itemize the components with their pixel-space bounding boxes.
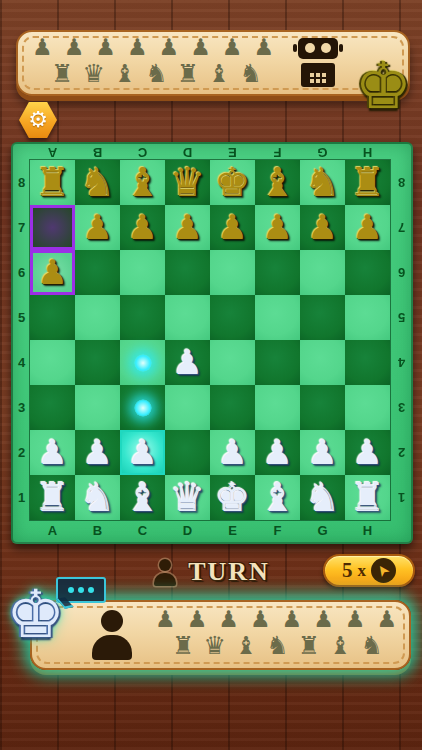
board-grid: ♜♞♝♛♚♝♞♜♟♟♟♟♟♟♟♟♟♟♟♟♟♟♟♟♜♞♝♛♚♝♞♜ xyxy=(30,160,390,520)
square-f5[interactable] xyxy=(255,295,300,340)
square-f7[interactable]: ♟ xyxy=(255,205,300,250)
rank-label-2: 2 xyxy=(393,430,410,475)
gold-rook-h8[interactable]: ♜ xyxy=(345,160,390,205)
white-pawn-f2[interactable]: ♟ xyxy=(255,430,300,475)
piece-silhouette-pawn: ♟ xyxy=(376,608,397,631)
gold-pawn-e7[interactable]: ♟ xyxy=(210,205,255,250)
square-f6[interactable] xyxy=(255,250,300,295)
square-c1[interactable]: ♝ xyxy=(120,475,165,520)
white-rook-a1[interactable]: ♜ xyxy=(30,475,75,520)
piece-silhouette-pawn: ♟ xyxy=(64,36,85,59)
piece-silhouette-queen: ♛ xyxy=(82,61,104,86)
file-label-D: D xyxy=(165,523,210,539)
file-label-E: E xyxy=(210,144,255,160)
square-d7[interactable]: ♟ xyxy=(165,205,210,250)
square-h2[interactable]: ♟ xyxy=(345,430,390,475)
square-d2[interactable] xyxy=(165,430,210,475)
piece-silhouette-pawn: ♟ xyxy=(313,608,334,631)
square-b1[interactable]: ♞ xyxy=(75,475,120,520)
gear-icon: ⚙ xyxy=(28,109,48,131)
rank-label-5: 5 xyxy=(393,295,410,340)
file-label-B: B xyxy=(75,144,120,160)
rank-label-7: 7 xyxy=(13,205,30,250)
file-label-A: A xyxy=(30,144,75,160)
white-rook-h1[interactable]: ♜ xyxy=(345,475,390,520)
piece-silhouette-knight: ♞ xyxy=(240,61,262,86)
square-g8[interactable]: ♞ xyxy=(300,160,345,205)
turn-label: TURN xyxy=(188,557,270,587)
square-g1[interactable]: ♞ xyxy=(300,475,345,520)
player-pawn-silhouettes: ♟♟♟♟♟♟♟♟ xyxy=(155,608,397,631)
gold-pawn-f7[interactable]: ♟ xyxy=(255,205,300,250)
opponent-piece-silhouettes: ♜♛♝♞♜♝♞ xyxy=(51,61,262,86)
square-c4[interactable] xyxy=(120,340,165,385)
white-pawn-h2[interactable]: ♟ xyxy=(345,430,390,475)
square-g5[interactable] xyxy=(300,295,345,340)
rank-label-7: 7 xyxy=(393,205,410,250)
gold-bishop-f8[interactable]: ♝ xyxy=(255,160,300,205)
undo-arrow-icon: ➤ xyxy=(371,558,396,583)
file-label-C: C xyxy=(120,523,165,539)
white-queen-d1[interactable]: ♛ xyxy=(165,475,210,520)
square-d3[interactable] xyxy=(165,385,210,430)
rank-label-3: 3 xyxy=(393,385,410,430)
piece-silhouette-knight: ♞ xyxy=(361,633,383,658)
gold-pawn-c7[interactable]: ♟ xyxy=(120,205,165,250)
white-bishop-f1[interactable]: ♝ xyxy=(255,475,300,520)
white-pawn-d4[interactable]: ♟ xyxy=(165,340,210,385)
gold-bishop-c8[interactable]: ♝ xyxy=(120,160,165,205)
gold-king-figure: ♚ xyxy=(355,54,412,118)
square-b2[interactable]: ♟ xyxy=(75,430,120,475)
square-c2[interactable]: ♟ xyxy=(120,430,165,475)
white-pawn-a2[interactable]: ♟ xyxy=(30,430,75,475)
white-pawn-e2[interactable]: ♟ xyxy=(210,430,255,475)
piece-silhouette-bishop: ♝ xyxy=(208,61,230,86)
chess-app-screen: ♟♟♟♟♟♟♟♟ ♜♛♝♞♜♝♞ ♚ ⚙ ♜♞♝♛♚♝♞♜♟♟♟♟♟♟♟♟♟♟♟… xyxy=(0,0,422,750)
square-c5[interactable] xyxy=(120,295,165,340)
piece-silhouette-pawn: ♟ xyxy=(253,36,274,59)
square-d8[interactable]: ♛ xyxy=(165,160,210,205)
gold-pawn-d7[interactable]: ♟ xyxy=(165,205,210,250)
square-a3[interactable] xyxy=(30,385,75,430)
file-label-H: H xyxy=(345,523,390,539)
rank-label-6: 6 xyxy=(13,250,30,295)
square-d4[interactable]: ♟ xyxy=(165,340,210,385)
square-a2[interactable]: ♟ xyxy=(30,430,75,475)
square-e8[interactable]: ♚ xyxy=(210,160,255,205)
piece-silhouette-bishop: ♝ xyxy=(235,633,257,658)
piece-silhouette-rook: ♜ xyxy=(172,633,194,658)
chat-bubble-icon[interactable] xyxy=(56,577,106,603)
rank-label-5: 5 xyxy=(13,295,30,340)
square-h1[interactable]: ♜ xyxy=(345,475,390,520)
gold-pawn-g7[interactable]: ♟ xyxy=(300,205,345,250)
piece-silhouette-pawn: ♟ xyxy=(222,36,243,59)
square-h3[interactable] xyxy=(345,385,390,430)
square-f3[interactable] xyxy=(255,385,300,430)
rank-label-2: 2 xyxy=(13,430,30,475)
square-e1[interactable]: ♚ xyxy=(210,475,255,520)
rank-label-6: 6 xyxy=(393,250,410,295)
gold-knight-g8[interactable]: ♞ xyxy=(300,160,345,205)
square-f2[interactable]: ♟ xyxy=(255,430,300,475)
square-g3[interactable] xyxy=(300,385,345,430)
white-pawn-g2[interactable]: ♟ xyxy=(300,430,345,475)
piece-silhouette-pawn: ♟ xyxy=(345,608,366,631)
square-d6[interactable] xyxy=(165,250,210,295)
file-label-G: G xyxy=(300,144,345,160)
player-piece-silhouettes: ♜♛♝♞♜♝♞ xyxy=(172,633,383,658)
file-label-H: H xyxy=(345,144,390,160)
rank-label-4: 4 xyxy=(13,340,30,385)
player-icon xyxy=(152,558,178,586)
gold-pawn-a6[interactable]: ♟ xyxy=(30,250,75,295)
rank-label-8: 8 xyxy=(393,160,410,205)
piece-silhouette-pawn: ♟ xyxy=(187,608,208,631)
gold-knight-b8[interactable]: ♞ xyxy=(75,160,120,205)
file-label-A: A xyxy=(30,523,75,539)
square-g6[interactable] xyxy=(300,250,345,295)
file-label-E: E xyxy=(210,523,255,539)
piece-silhouette-knight: ♞ xyxy=(145,61,167,86)
gold-rook-a8[interactable]: ♜ xyxy=(30,160,75,205)
piece-silhouette-pawn: ♟ xyxy=(218,608,239,631)
piece-silhouette-pawn: ♟ xyxy=(159,36,180,59)
opponent-pawn-silhouettes: ♟♟♟♟♟♟♟♟ xyxy=(32,36,274,59)
square-b8[interactable]: ♞ xyxy=(75,160,120,205)
square-e3[interactable] xyxy=(210,385,255,430)
rank-label-4: 4 xyxy=(393,340,410,385)
square-f1[interactable]: ♝ xyxy=(255,475,300,520)
chess-board: ♜♞♝♛♚♝♞♜♟♟♟♟♟♟♟♟♟♟♟♟♟♟♟♟♜♞♝♛♚♝♞♜ ABCDEFG… xyxy=(11,142,413,544)
square-c7[interactable]: ♟ xyxy=(120,205,165,250)
white-bishop-c1[interactable]: ♝ xyxy=(120,475,165,520)
square-b4[interactable] xyxy=(75,340,120,385)
white-knight-g1[interactable]: ♞ xyxy=(300,475,345,520)
rank-label-3: 3 xyxy=(13,385,30,430)
square-a1[interactable]: ♜ xyxy=(30,475,75,520)
file-label-F: F xyxy=(255,144,300,160)
square-d1[interactable]: ♛ xyxy=(165,475,210,520)
square-b3[interactable] xyxy=(75,385,120,430)
piece-silhouette-queen: ♛ xyxy=(203,633,225,658)
square-h6[interactable] xyxy=(345,250,390,295)
gold-king-e8[interactable]: ♚ xyxy=(210,160,255,205)
square-c8[interactable]: ♝ xyxy=(120,160,165,205)
square-c6[interactable] xyxy=(120,250,165,295)
opponent-piece-tray: ♟♟♟♟♟♟♟♟ ♜♛♝♞♜♝♞ ♚ xyxy=(16,30,410,96)
gold-queen-d8[interactable]: ♛ xyxy=(165,160,210,205)
rank-label-1: 1 xyxy=(13,475,30,520)
file-label-B: B xyxy=(75,523,120,539)
square-e7[interactable]: ♟ xyxy=(210,205,255,250)
gold-pawn-h7[interactable]: ♟ xyxy=(345,205,390,250)
white-pawn-b2[interactable]: ♟ xyxy=(75,430,120,475)
piece-silhouette-knight: ♞ xyxy=(266,633,288,658)
square-h5[interactable] xyxy=(345,295,390,340)
piece-silhouette-pawn: ♟ xyxy=(250,608,271,631)
square-f8[interactable]: ♝ xyxy=(255,160,300,205)
piece-silhouette-bishop: ♝ xyxy=(114,61,136,86)
square-a5[interactable] xyxy=(30,295,75,340)
piece-silhouette-pawn: ♟ xyxy=(95,36,116,59)
rank-label-8: 8 xyxy=(13,160,30,205)
piece-silhouette-pawn: ♟ xyxy=(127,36,148,59)
piece-silhouette-bishop: ♝ xyxy=(329,633,351,658)
piece-silhouette-rook: ♜ xyxy=(51,61,73,86)
square-b6[interactable] xyxy=(75,250,120,295)
move-hint-dot-c4[interactable] xyxy=(134,354,152,372)
square-g7[interactable]: ♟ xyxy=(300,205,345,250)
square-h4[interactable] xyxy=(345,340,390,385)
white-king-e1[interactable]: ♚ xyxy=(210,475,255,520)
square-a7[interactable] xyxy=(30,205,75,250)
undo-count-badge[interactable]: 5 x ➤ xyxy=(323,554,415,587)
square-e6[interactable] xyxy=(210,250,255,295)
square-a4[interactable] xyxy=(30,340,75,385)
piece-silhouette-pawn: ♟ xyxy=(190,36,211,59)
white-knight-b1[interactable]: ♞ xyxy=(75,475,120,520)
square-g4[interactable] xyxy=(300,340,345,385)
square-g2[interactable]: ♟ xyxy=(300,430,345,475)
square-d5[interactable] xyxy=(165,295,210,340)
square-e4[interactable] xyxy=(210,340,255,385)
piece-silhouette-pawn: ♟ xyxy=(282,608,303,631)
piece-silhouette-pawn: ♟ xyxy=(155,608,176,631)
file-label-C: C xyxy=(120,144,165,160)
square-b5[interactable] xyxy=(75,295,120,340)
square-h8[interactable]: ♜ xyxy=(345,160,390,205)
piece-silhouette-rook: ♜ xyxy=(177,61,199,86)
undo-count: 5 xyxy=(342,558,353,583)
square-e2[interactable]: ♟ xyxy=(210,430,255,475)
square-e5[interactable] xyxy=(210,295,255,340)
player-piece-tray: ♟♟♟♟♟♟♟♟ ♜♛♝♞♜♝♞ xyxy=(30,600,411,670)
square-b7[interactable]: ♟ xyxy=(75,205,120,250)
settings-button[interactable]: ⚙ xyxy=(19,102,57,138)
white-pawn-c2[interactable]: ♟ xyxy=(120,430,165,475)
file-label-F: F xyxy=(255,523,300,539)
move-hint-dot-c3[interactable] xyxy=(134,399,152,417)
piece-silhouette-rook: ♜ xyxy=(298,633,320,658)
rank-label-1: 1 xyxy=(393,475,410,520)
robot-icon xyxy=(295,38,341,88)
piece-silhouette-pawn: ♟ xyxy=(32,36,53,59)
square-a6[interactable]: ♟ xyxy=(30,250,75,295)
square-a8[interactable]: ♜ xyxy=(30,160,75,205)
file-label-D: D xyxy=(165,144,210,160)
gold-pawn-b7[interactable]: ♟ xyxy=(75,205,120,250)
undo-multiplier: x xyxy=(358,561,367,581)
square-c3[interactable] xyxy=(120,385,165,430)
square-h7[interactable]: ♟ xyxy=(345,205,390,250)
file-label-G: G xyxy=(300,523,345,539)
player-avatar xyxy=(88,610,136,660)
square-f4[interactable] xyxy=(255,340,300,385)
